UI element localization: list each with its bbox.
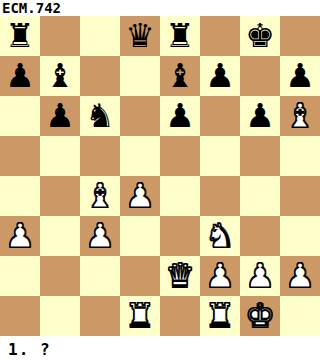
chess-board: ♜♛♜♚♟♝♝♟♟♟♞♟♟♝♝♟♟♟♞♛♟♟♟♜♜♚ (0, 16, 320, 336)
square-e5[interactable] (160, 136, 200, 176)
move-prompt: 1. ? (8, 340, 51, 359)
white-pawn: ♟ (5, 216, 35, 256)
square-b8[interactable] (40, 16, 80, 56)
white-pawn: ♟ (85, 216, 115, 256)
square-f2[interactable]: ♟ (200, 256, 240, 296)
square-d6[interactable] (120, 96, 160, 136)
square-h5[interactable] (280, 136, 320, 176)
white-pawn: ♟ (125, 176, 155, 216)
square-h3[interactable] (280, 216, 320, 256)
square-a4[interactable] (0, 176, 40, 216)
black-bishop: ♝ (165, 56, 195, 96)
square-h2[interactable]: ♟ (280, 256, 320, 296)
square-d2[interactable] (120, 256, 160, 296)
square-e3[interactable] (160, 216, 200, 256)
square-g4[interactable] (240, 176, 280, 216)
square-g8[interactable]: ♚ (240, 16, 280, 56)
white-knight: ♞ (205, 216, 235, 256)
square-f7[interactable]: ♟ (200, 56, 240, 96)
square-f8[interactable] (200, 16, 240, 56)
white-rook: ♜ (205, 296, 235, 336)
square-d1[interactable]: ♜ (120, 296, 160, 336)
black-pawn: ♟ (165, 96, 195, 136)
square-h6[interactable]: ♝ (280, 96, 320, 136)
square-f1[interactable]: ♜ (200, 296, 240, 336)
square-b1[interactable] (40, 296, 80, 336)
square-b4[interactable] (40, 176, 80, 216)
white-pawn: ♟ (285, 256, 315, 296)
square-a7[interactable]: ♟ (0, 56, 40, 96)
square-d5[interactable] (120, 136, 160, 176)
black-pawn: ♟ (5, 56, 35, 96)
square-e4[interactable] (160, 176, 200, 216)
black-pawn: ♟ (205, 56, 235, 96)
square-c3[interactable]: ♟ (80, 216, 120, 256)
square-a2[interactable] (0, 256, 40, 296)
diagram-title: ECM.742 (2, 1, 61, 15)
title-bar: ECM.742 (0, 0, 320, 16)
square-h4[interactable] (280, 176, 320, 216)
white-king: ♚ (245, 296, 275, 336)
square-b7[interactable]: ♝ (40, 56, 80, 96)
black-bishop: ♝ (45, 56, 75, 96)
black-pawn: ♟ (245, 96, 275, 136)
square-b6[interactable]: ♟ (40, 96, 80, 136)
square-f4[interactable] (200, 176, 240, 216)
black-knight: ♞ (85, 96, 115, 136)
square-g2[interactable]: ♟ (240, 256, 280, 296)
square-a5[interactable] (0, 136, 40, 176)
square-c2[interactable] (80, 256, 120, 296)
square-c4[interactable]: ♝ (80, 176, 120, 216)
white-pawn: ♟ (205, 256, 235, 296)
white-rook: ♜ (125, 296, 155, 336)
square-c7[interactable] (80, 56, 120, 96)
square-a6[interactable] (0, 96, 40, 136)
square-e8[interactable]: ♜ (160, 16, 200, 56)
square-e7[interactable]: ♝ (160, 56, 200, 96)
square-d4[interactable]: ♟ (120, 176, 160, 216)
square-e2[interactable]: ♛ (160, 256, 200, 296)
square-a3[interactable]: ♟ (0, 216, 40, 256)
square-f3[interactable]: ♞ (200, 216, 240, 256)
square-b2[interactable] (40, 256, 80, 296)
black-queen: ♛ (125, 16, 155, 56)
square-f5[interactable] (200, 136, 240, 176)
square-h8[interactable] (280, 16, 320, 56)
black-pawn: ♟ (45, 96, 75, 136)
footer-bar: 1. ? (0, 336, 320, 360)
white-bishop: ♝ (85, 176, 115, 216)
square-a1[interactable] (0, 296, 40, 336)
square-g5[interactable] (240, 136, 280, 176)
square-d7[interactable] (120, 56, 160, 96)
square-h7[interactable]: ♟ (280, 56, 320, 96)
square-c6[interactable]: ♞ (80, 96, 120, 136)
square-f6[interactable] (200, 96, 240, 136)
square-c5[interactable] (80, 136, 120, 176)
black-king: ♚ (245, 16, 275, 56)
square-g1[interactable]: ♚ (240, 296, 280, 336)
square-h1[interactable] (280, 296, 320, 336)
square-a8[interactable]: ♜ (0, 16, 40, 56)
square-b5[interactable] (40, 136, 80, 176)
square-e1[interactable] (160, 296, 200, 336)
black-rook: ♜ (165, 16, 195, 56)
square-c1[interactable] (80, 296, 120, 336)
square-c8[interactable] (80, 16, 120, 56)
black-rook: ♜ (5, 16, 35, 56)
square-d8[interactable]: ♛ (120, 16, 160, 56)
square-e6[interactable]: ♟ (160, 96, 200, 136)
white-bishop: ♝ (285, 96, 315, 136)
square-g7[interactable] (240, 56, 280, 96)
white-queen: ♛ (165, 256, 195, 296)
black-pawn: ♟ (285, 56, 315, 96)
square-d3[interactable] (120, 216, 160, 256)
white-pawn: ♟ (245, 256, 275, 296)
square-b3[interactable] (40, 216, 80, 256)
square-g3[interactable] (240, 216, 280, 256)
square-g6[interactable]: ♟ (240, 96, 280, 136)
